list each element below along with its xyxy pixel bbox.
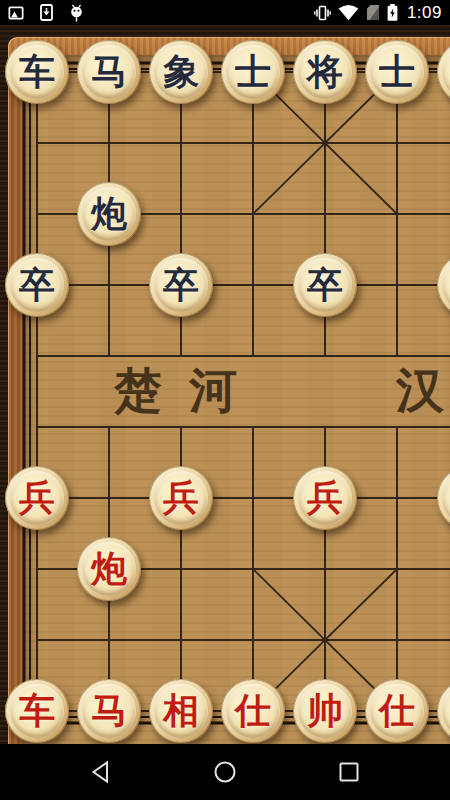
piece-glyph: 仕 <box>235 693 271 729</box>
piece-face: 相 <box>154 684 208 738</box>
piece-red-soldier[interactable]: 兵 <box>293 466 357 530</box>
piece-red-soldier[interactable]: 兵 <box>5 466 69 530</box>
status-bar-right-icons: 1:09 <box>314 3 442 23</box>
piece-face: 炮 <box>82 187 136 241</box>
piece-red-soldier[interactable]: 兵 <box>149 466 213 530</box>
piece-face: 马 <box>82 45 136 99</box>
piece-face: 车 <box>10 45 64 99</box>
piece-black-cannon[interactable]: 炮 <box>77 182 141 246</box>
android-status-bar: 1:09 <box>0 0 450 25</box>
piece-face: 帅 <box>298 684 352 738</box>
piece-face: 卒 <box>154 258 208 312</box>
piece-face: 兵 <box>10 471 64 525</box>
piece-black-horse[interactable]: 马 <box>77 40 141 104</box>
android-nav-bar <box>0 744 450 800</box>
piece-black-general[interactable]: 将 <box>293 40 357 104</box>
piece-glyph: 仕 <box>379 693 415 729</box>
piece-red-horse[interactable]: 马 <box>77 679 141 743</box>
wifi-icon <box>338 5 359 21</box>
piece-glyph: 卒 <box>163 267 199 303</box>
piece-red-advisor[interactable]: 仕 <box>221 679 285 743</box>
piece-glyph: 象 <box>163 54 199 90</box>
piece-glyph: 士 <box>235 54 271 90</box>
no-sim-icon <box>366 4 380 21</box>
screenshot-image-icon <box>8 6 24 20</box>
phone-screen: 1:09 楚河 汉 车马象士将士象炮卒卒卒卒兵兵兵兵炮车马相仕帅仕相 <box>0 0 450 800</box>
piece-black-soldier[interactable]: 卒 <box>149 253 213 317</box>
back-button[interactable] <box>90 760 114 784</box>
piece-face: 士 <box>370 45 424 99</box>
piece-red-chariot[interactable]: 车 <box>5 679 69 743</box>
piece-face: 兵 <box>442 471 450 525</box>
piece-glyph: 车 <box>19 54 55 90</box>
piece-face: 炮 <box>82 542 136 596</box>
home-button[interactable] <box>213 760 237 784</box>
piece-face: 马 <box>82 684 136 738</box>
piece-glyph: 士 <box>379 54 415 90</box>
piece-glyph: 兵 <box>19 480 55 516</box>
piece-face: 兵 <box>154 471 208 525</box>
xiangqi-board-area[interactable]: 楚河 汉 车马象士将士象炮卒卒卒卒兵兵兵兵炮车马相仕帅仕相 <box>0 25 450 744</box>
piece-face: 兵 <box>298 471 352 525</box>
battery-charging-icon <box>387 4 398 21</box>
piece-face: 象 <box>442 45 450 99</box>
status-bar-left-icons <box>8 4 84 22</box>
piece-red-elephant[interactable]: 相 <box>149 679 213 743</box>
piece-black-soldier[interactable]: 卒 <box>293 253 357 317</box>
piece-face: 相 <box>442 684 450 738</box>
recents-button[interactable] <box>337 760 361 784</box>
piece-black-advisor[interactable]: 士 <box>221 40 285 104</box>
piece-glyph: 马 <box>91 54 127 90</box>
piece-glyph: 炮 <box>91 196 127 232</box>
piece-black-elephant[interactable]: 象 <box>149 40 213 104</box>
piece-glyph: 帅 <box>307 693 343 729</box>
piece-glyph: 相 <box>163 693 199 729</box>
pieces-layer: 车马象士将士象炮卒卒卒卒兵兵兵兵炮车马相仕帅仕相 <box>0 25 450 744</box>
piece-face: 仕 <box>226 684 280 738</box>
piece-glyph: 车 <box>19 693 55 729</box>
piece-face: 车 <box>10 684 64 738</box>
piece-glyph: 炮 <box>91 551 127 587</box>
piece-glyph: 马 <box>91 693 127 729</box>
piece-glyph: 卒 <box>307 267 343 303</box>
piece-red-advisor[interactable]: 仕 <box>365 679 429 743</box>
piece-red-elephant[interactable]: 相 <box>437 679 450 743</box>
piece-glyph: 兵 <box>307 480 343 516</box>
piece-red-soldier[interactable]: 兵 <box>437 466 450 530</box>
clock: 1:09 <box>405 3 442 23</box>
piece-face: 士 <box>226 45 280 99</box>
piece-face: 仕 <box>370 684 424 738</box>
piece-face: 将 <box>298 45 352 99</box>
piece-glyph: 将 <box>307 54 343 90</box>
download-icon <box>40 4 53 21</box>
adb-debug-icon <box>69 4 84 22</box>
piece-glyph: 卒 <box>19 267 55 303</box>
piece-black-advisor[interactable]: 士 <box>365 40 429 104</box>
vibrate-icon <box>314 5 331 21</box>
piece-face: 象 <box>154 45 208 99</box>
piece-black-soldier[interactable]: 卒 <box>437 253 450 317</box>
piece-glyph: 兵 <box>163 480 199 516</box>
piece-black-soldier[interactable]: 卒 <box>5 253 69 317</box>
piece-black-chariot[interactable]: 车 <box>5 40 69 104</box>
piece-red-general[interactable]: 帅 <box>293 679 357 743</box>
piece-black-elephant[interactable]: 象 <box>437 40 450 104</box>
piece-face: 卒 <box>442 258 450 312</box>
piece-face: 卒 <box>298 258 352 312</box>
piece-face: 卒 <box>10 258 64 312</box>
piece-red-cannon[interactable]: 炮 <box>77 537 141 601</box>
